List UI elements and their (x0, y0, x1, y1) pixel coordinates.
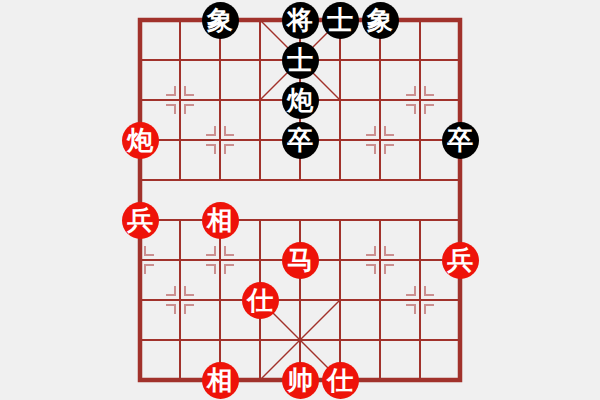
board-point[interactable] (440, 360, 480, 400)
board-point[interactable] (360, 120, 400, 160)
board-point[interactable] (360, 240, 400, 280)
board-point[interactable] (440, 80, 480, 120)
board-point[interactable]: 象 (200, 0, 240, 40)
piece-black-general[interactable]: 将 (282, 2, 319, 39)
piece-red-soldier[interactable]: 兵 (442, 242, 479, 279)
board-point[interactable] (440, 280, 480, 320)
piece-black-advisor[interactable]: 士 (322, 2, 359, 39)
board-point[interactable] (360, 40, 400, 80)
board-point[interactable] (240, 360, 280, 400)
board-point[interactable] (320, 160, 360, 200)
board-point[interactable]: 象 (360, 0, 400, 40)
board-point[interactable]: 士 (320, 0, 360, 40)
board-point[interactable] (160, 80, 200, 120)
board-point[interactable] (200, 120, 240, 160)
board-point[interactable]: 马 (280, 240, 320, 280)
board-point[interactable] (120, 0, 160, 40)
board-point[interactable] (400, 240, 440, 280)
board-point[interactable]: 相 (200, 200, 240, 240)
board-point[interactable] (120, 40, 160, 80)
board-point[interactable] (360, 320, 400, 360)
piece-red-advisor[interactable]: 仕 (242, 282, 279, 319)
board-point[interactable] (120, 160, 160, 200)
piece-red-cannon[interactable]: 炮 (122, 122, 159, 159)
board-point[interactable] (200, 160, 240, 200)
board-point[interactable] (320, 320, 360, 360)
board-point[interactable] (200, 320, 240, 360)
board-point[interactable] (120, 320, 160, 360)
board-point[interactable] (320, 120, 360, 160)
board-point[interactable]: 帅 (280, 360, 320, 400)
board-point[interactable] (400, 360, 440, 400)
board-point[interactable] (440, 200, 480, 240)
board-point[interactable]: 将 (280, 0, 320, 40)
board-point[interactable] (120, 280, 160, 320)
board-point[interactable]: 炮 (280, 80, 320, 120)
piece-red-elephant[interactable]: 相 (202, 202, 239, 239)
board-point[interactable] (360, 360, 400, 400)
board-point[interactable] (400, 80, 440, 120)
board-point[interactable] (440, 320, 480, 360)
board-point[interactable] (160, 240, 200, 280)
piece-red-soldier[interactable]: 兵 (122, 202, 159, 239)
board-point[interactable]: 士 (280, 40, 320, 80)
board-point[interactable] (320, 280, 360, 320)
board-point[interactable] (240, 200, 280, 240)
board-point[interactable]: 兵 (440, 240, 480, 280)
board-point[interactable] (160, 40, 200, 80)
board-point[interactable] (160, 0, 200, 40)
board-point[interactable] (440, 160, 480, 200)
board-point[interactable] (120, 80, 160, 120)
board-point[interactable] (240, 240, 280, 280)
board-point[interactable] (280, 280, 320, 320)
board-point[interactable]: 仕 (320, 360, 360, 400)
board-point[interactable] (400, 280, 440, 320)
board-point[interactable] (200, 240, 240, 280)
board-point[interactable] (320, 80, 360, 120)
xiangqi-board: 象将士象士炮炮卒卒兵相马兵仕相帅仕 (120, 0, 480, 400)
piece-red-advisor[interactable]: 仕 (322, 362, 359, 399)
piece-black-advisor[interactable]: 士 (282, 42, 319, 79)
board-point[interactable] (240, 160, 280, 200)
board-point[interactable] (240, 0, 280, 40)
board-point[interactable] (160, 280, 200, 320)
board-point[interactable] (400, 40, 440, 80)
board-point[interactable] (400, 0, 440, 40)
board-point[interactable] (240, 320, 280, 360)
piece-black-elephant[interactable]: 象 (362, 2, 399, 39)
board-point[interactable] (160, 120, 200, 160)
board-point[interactable] (360, 80, 400, 120)
piece-black-cannon[interactable]: 炮 (282, 82, 319, 119)
board-point[interactable] (160, 360, 200, 400)
board-point[interactable] (400, 160, 440, 200)
board-point[interactable] (280, 320, 320, 360)
board-point[interactable] (200, 40, 240, 80)
board-point[interactable] (200, 280, 240, 320)
board-point[interactable] (320, 240, 360, 280)
piece-black-soldier[interactable]: 卒 (442, 122, 479, 159)
board-point[interactable] (160, 320, 200, 360)
piece-red-horse[interactable]: 马 (282, 242, 319, 279)
board-point[interactable] (160, 160, 200, 200)
board-point[interactable] (200, 80, 240, 120)
board-point[interactable] (160, 200, 200, 240)
board-point[interactable] (240, 120, 280, 160)
board-point[interactable] (120, 360, 160, 400)
board-point[interactable] (320, 40, 360, 80)
piece-red-elephant[interactable]: 相 (202, 362, 239, 399)
board-point[interactable] (440, 40, 480, 80)
board-point[interactable] (400, 320, 440, 360)
board-point[interactable]: 相 (200, 360, 240, 400)
piece-black-elephant[interactable]: 象 (202, 2, 239, 39)
board-point[interactable] (440, 0, 480, 40)
board-point[interactable] (240, 40, 280, 80)
board-point[interactable]: 炮 (120, 120, 160, 160)
board-point[interactable] (400, 200, 440, 240)
board-point[interactable] (240, 80, 280, 120)
board-point[interactable]: 仕 (240, 280, 280, 320)
board-point[interactable] (280, 200, 320, 240)
board-point[interactable] (120, 240, 160, 280)
piece-black-soldier[interactable]: 卒 (282, 122, 319, 159)
board-point[interactable] (360, 160, 400, 200)
board-point[interactable] (400, 120, 440, 160)
board-point[interactable]: 卒 (440, 120, 480, 160)
board-point[interactable] (360, 200, 400, 240)
board-point[interactable] (320, 200, 360, 240)
board-point[interactable]: 兵 (120, 200, 160, 240)
board-point[interactable] (280, 160, 320, 200)
piece-red-general[interactable]: 帅 (282, 362, 319, 399)
xiangqi-board-screen: 象将士象士炮炮卒卒兵相马兵仕相帅仕 (0, 0, 600, 400)
board-point[interactable] (360, 280, 400, 320)
board-point[interactable]: 卒 (280, 120, 320, 160)
